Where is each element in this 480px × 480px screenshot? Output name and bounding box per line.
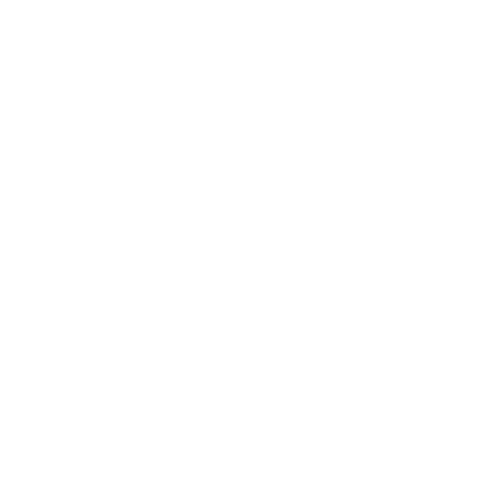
chess-set-photo xyxy=(0,0,480,480)
chess-pieces xyxy=(0,0,480,480)
